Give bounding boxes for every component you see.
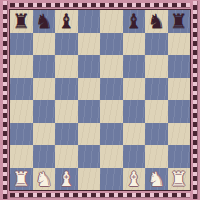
square-c7[interactable]: [55, 33, 78, 56]
square-e4[interactable]: [100, 100, 123, 123]
chess-board: ♜♞♝♝♞♜♜♞♝♝♞♜: [10, 10, 190, 190]
piece-black-knight[interactable]: ♞: [35, 11, 53, 31]
square-f5[interactable]: [123, 78, 146, 101]
square-h7[interactable]: [168, 33, 191, 56]
piece-white-bishop[interactable]: ♝: [57, 168, 75, 188]
square-a4[interactable]: [10, 100, 33, 123]
square-g4[interactable]: [145, 100, 168, 123]
piece-white-knight[interactable]: ♞: [35, 168, 53, 188]
square-h2[interactable]: [168, 145, 191, 168]
square-f2[interactable]: [123, 145, 146, 168]
square-b6[interactable]: [33, 55, 56, 78]
square-e3[interactable]: [100, 123, 123, 146]
square-a5[interactable]: [10, 78, 33, 101]
square-c3[interactable]: [55, 123, 78, 146]
square-c1[interactable]: ♝: [55, 168, 78, 191]
square-d5[interactable]: [78, 78, 101, 101]
square-h4[interactable]: [168, 100, 191, 123]
square-d1[interactable]: [78, 168, 101, 191]
square-d2[interactable]: [78, 145, 101, 168]
square-c5[interactable]: [55, 78, 78, 101]
square-f4[interactable]: [123, 100, 146, 123]
square-e5[interactable]: [100, 78, 123, 101]
square-f8[interactable]: ♝: [123, 10, 146, 33]
piece-black-bishop[interactable]: ♝: [57, 11, 75, 31]
square-f3[interactable]: [123, 123, 146, 146]
square-f1[interactable]: ♝: [123, 168, 146, 191]
square-e1[interactable]: [100, 168, 123, 191]
square-a3[interactable]: [10, 123, 33, 146]
square-g7[interactable]: [145, 33, 168, 56]
square-c8[interactable]: ♝: [55, 10, 78, 33]
square-e8[interactable]: [100, 10, 123, 33]
square-a7[interactable]: [10, 33, 33, 56]
square-b2[interactable]: [33, 145, 56, 168]
square-g1[interactable]: ♞: [145, 168, 168, 191]
square-h3[interactable]: [168, 123, 191, 146]
piece-white-bishop[interactable]: ♝: [125, 168, 143, 188]
square-e2[interactable]: [100, 145, 123, 168]
piece-black-rook[interactable]: ♜: [170, 11, 188, 31]
frame-ribbon-right: [190, 0, 200, 200]
square-d6[interactable]: [78, 55, 101, 78]
square-g5[interactable]: [145, 78, 168, 101]
square-d4[interactable]: [78, 100, 101, 123]
square-b1[interactable]: ♞: [33, 168, 56, 191]
square-f6[interactable]: [123, 55, 146, 78]
square-h1[interactable]: ♜: [168, 168, 191, 191]
square-h8[interactable]: ♜: [168, 10, 191, 33]
square-g2[interactable]: [145, 145, 168, 168]
square-c2[interactable]: [55, 145, 78, 168]
square-b7[interactable]: [33, 33, 56, 56]
square-d8[interactable]: [78, 10, 101, 33]
piece-black-knight[interactable]: ♞: [147, 11, 165, 31]
square-d3[interactable]: [78, 123, 101, 146]
square-a1[interactable]: ♜: [10, 168, 33, 191]
square-e6[interactable]: [100, 55, 123, 78]
frame-ribbon-left: [0, 0, 10, 200]
square-g6[interactable]: [145, 55, 168, 78]
square-b3[interactable]: [33, 123, 56, 146]
piece-white-rook[interactable]: ♜: [170, 168, 188, 188]
piece-black-rook[interactable]: ♜: [12, 11, 30, 31]
square-b4[interactable]: [33, 100, 56, 123]
square-h5[interactable]: [168, 78, 191, 101]
board-frame: ♜♞♝♝♞♜♜♞♝♝♞♜: [0, 0, 200, 200]
square-a6[interactable]: [10, 55, 33, 78]
square-c4[interactable]: [55, 100, 78, 123]
square-d7[interactable]: [78, 33, 101, 56]
square-b8[interactable]: ♞: [33, 10, 56, 33]
square-g8[interactable]: ♞: [145, 10, 168, 33]
square-a2[interactable]: [10, 145, 33, 168]
frame-ribbon-bottom: [0, 190, 200, 200]
square-e7[interactable]: [100, 33, 123, 56]
square-a8[interactable]: ♜: [10, 10, 33, 33]
square-b5[interactable]: [33, 78, 56, 101]
piece-white-rook[interactable]: ♜: [12, 168, 30, 188]
square-f7[interactable]: [123, 33, 146, 56]
square-g3[interactable]: [145, 123, 168, 146]
square-h6[interactable]: [168, 55, 191, 78]
piece-white-knight[interactable]: ♞: [147, 168, 165, 188]
square-c6[interactable]: [55, 55, 78, 78]
piece-black-bishop[interactable]: ♝: [125, 11, 143, 31]
